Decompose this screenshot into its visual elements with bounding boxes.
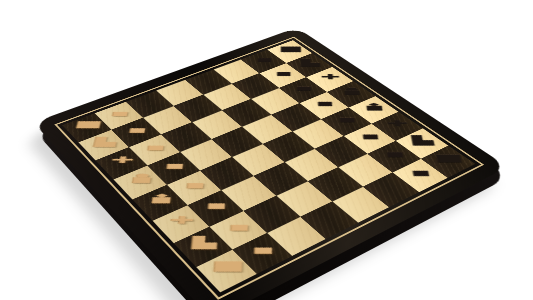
square-h7[interactable]: ■ (393, 159, 448, 192)
square-g6[interactable] (338, 154, 392, 187)
product-photo-stage: ■■■■▙■■▙✚■■✚●■■■●■◆■■■◆■✚■■✚▙■■▙■■■■ (0, 0, 533, 300)
maple-pinstripe-frame: ■■■■▙■■▙✚■■✚●■■■●■◆■■■◆■✚■■✚▙■■▙■■■■ (54, 37, 484, 300)
square-f7[interactable]: ■ (344, 124, 396, 154)
rook-glyph: ■ (433, 154, 464, 162)
pawn-glyph: ■ (411, 170, 431, 175)
chess-board: ■■■■▙■■▙✚■■✚●■■■●■◆■■■◆■✚■■✚▙■■▙■■■■ (33, 27, 507, 300)
board-scene: ■■■■▙■■▙✚■■✚●■■■●■◆■■■◆■✚■■✚▙■■▙■■■■ (0, 0, 533, 300)
rook-glyph: ■ (211, 260, 245, 271)
pawn-glyph: ■ (253, 247, 274, 254)
